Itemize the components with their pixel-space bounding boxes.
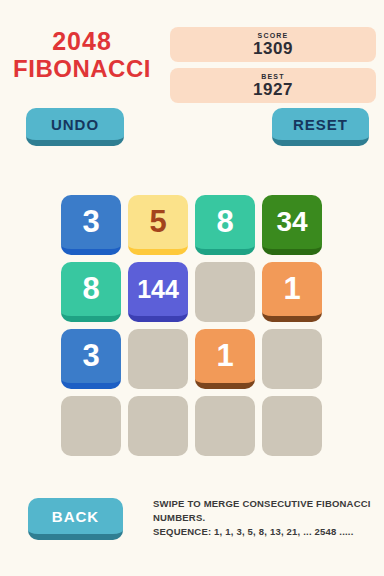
- title-line-2048: 2048: [6, 28, 158, 55]
- empty-cell: [262, 396, 322, 456]
- instruction-text: SWIPE TO MERGE CONSECUTIVE FIBONACCI NUM…: [153, 497, 377, 525]
- app: { "game": "2048 Fibonacci (4x4 sliding t…: [0, 0, 384, 576]
- score-box: SCORE 1309: [170, 27, 376, 62]
- tile-144: 144: [128, 262, 188, 322]
- footer: SWIPE TO MERGE CONSECUTIVE FIBONACCI NUM…: [153, 497, 377, 539]
- game-title: 2048 FIBONACCI: [6, 28, 158, 82]
- score-value: 1309: [253, 40, 293, 58]
- title-line-fibonacci: FIBONACCI: [6, 55, 158, 82]
- tile-1: 1: [195, 329, 255, 389]
- reset-button[interactable]: RESET: [272, 108, 369, 146]
- tile-3: 3: [61, 329, 121, 389]
- empty-cell: [195, 262, 255, 322]
- tile-34: 34: [262, 195, 322, 255]
- empty-cell: [195, 396, 255, 456]
- sequence-text: SEQUENCE: 1, 1, 3, 5, 8, 13, 21, ... 254…: [153, 525, 377, 539]
- empty-cell: [128, 396, 188, 456]
- tile-3: 3: [61, 195, 121, 255]
- tile-8: 8: [195, 195, 255, 255]
- undo-button[interactable]: UNDO: [26, 108, 124, 146]
- empty-cell: [61, 396, 121, 456]
- empty-cell: [262, 329, 322, 389]
- best-box: BEST 1927: [170, 68, 376, 103]
- score-panel: SCORE 1309 BEST 1927: [170, 27, 376, 109]
- board[interactable]: 358348144131: [61, 195, 322, 456]
- back-button[interactable]: BACK: [28, 498, 123, 540]
- best-value: 1927: [253, 81, 293, 99]
- tile-8: 8: [61, 262, 121, 322]
- tile-5: 5: [128, 195, 188, 255]
- empty-cell: [128, 329, 188, 389]
- tile-1: 1: [262, 262, 322, 322]
